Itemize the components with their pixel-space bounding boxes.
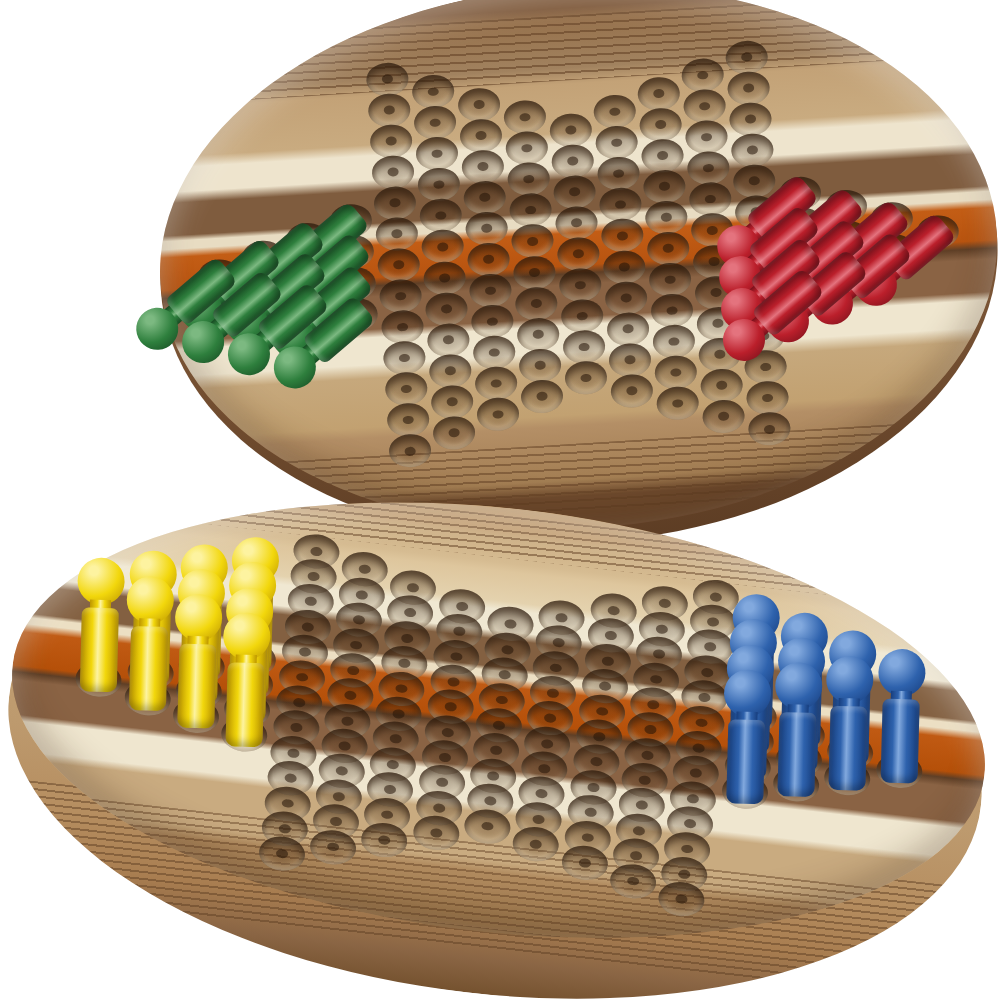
drilled-hole <box>382 340 426 376</box>
peg-figure <box>123 576 173 711</box>
board-hole[interactable] <box>725 71 772 105</box>
peg-ball <box>135 307 179 351</box>
peg-ball <box>775 662 823 710</box>
peg-figure <box>172 594 222 729</box>
board-hole[interactable] <box>915 215 962 249</box>
board-hole[interactable] <box>413 137 460 171</box>
drilled-hole <box>373 185 417 221</box>
drilled-hole <box>457 87 501 123</box>
board-hole[interactable] <box>599 219 646 253</box>
board-hole[interactable] <box>509 224 556 258</box>
board-hole[interactable] <box>744 381 791 415</box>
drilled-hole <box>562 329 606 365</box>
board-hole[interactable] <box>559 299 606 333</box>
board-hole[interactable] <box>371 186 418 220</box>
board-hole[interactable] <box>429 385 476 419</box>
board-hole[interactable] <box>557 268 604 302</box>
board-hole[interactable] <box>515 317 562 351</box>
drilled-hole <box>369 123 413 159</box>
drilled-hole <box>520 379 564 415</box>
board-hole[interactable] <box>603 281 650 315</box>
drilled-hole <box>646 231 690 267</box>
board-hole[interactable] <box>683 120 730 154</box>
board-hole[interactable] <box>461 811 514 842</box>
peg-figure <box>824 655 874 790</box>
board-hole[interactable] <box>643 201 690 235</box>
board-hole[interactable] <box>727 102 774 136</box>
board-hole[interactable] <box>679 58 726 92</box>
drilled-hole <box>731 132 775 168</box>
drilled-hole <box>610 373 654 409</box>
drilled-hole <box>432 415 476 451</box>
board-hole[interactable] <box>417 199 464 233</box>
peg-ball <box>723 669 771 717</box>
board-hole[interactable] <box>698 368 745 402</box>
drilled-hole <box>606 311 650 347</box>
drilled-hole <box>549 112 593 148</box>
drilled-hole <box>367 92 411 128</box>
peg-body <box>726 719 766 804</box>
board-hole[interactable] <box>364 62 411 96</box>
board-hole[interactable] <box>651 325 698 359</box>
board-hole[interactable] <box>411 106 458 140</box>
drilled-hole <box>688 181 732 217</box>
board-hole[interactable] <box>561 330 608 364</box>
peg-ball <box>223 612 271 660</box>
drilled-hole <box>377 247 421 283</box>
board-hole[interactable] <box>563 361 610 395</box>
drilled-hole <box>512 255 556 291</box>
drilled-hole <box>555 205 599 241</box>
board-hole[interactable] <box>473 367 520 401</box>
board-hole[interactable] <box>593 126 640 160</box>
peg-body <box>880 699 920 784</box>
drilled-hole <box>600 218 644 254</box>
drilled-hole <box>639 107 683 143</box>
drilled-hole <box>608 342 652 378</box>
board-hole[interactable] <box>639 139 686 173</box>
drilled-hole <box>650 293 694 329</box>
drilled-hole <box>700 368 744 404</box>
drilled-hole <box>463 180 507 216</box>
board-hole[interactable] <box>821 762 874 793</box>
board-hole[interactable] <box>770 769 823 800</box>
board-hole[interactable] <box>558 847 611 878</box>
board-hole[interactable] <box>505 162 552 196</box>
drilled-hole <box>378 278 422 314</box>
board-hole[interactable] <box>595 157 642 191</box>
board-hole[interactable] <box>553 206 600 240</box>
board-hole[interactable] <box>218 719 271 750</box>
drilled-hole <box>422 260 466 296</box>
drilled-hole <box>593 94 637 130</box>
peg-figure <box>772 662 822 797</box>
board-hole[interactable] <box>383 372 430 406</box>
board-hole[interactable] <box>591 95 638 129</box>
board-hole[interactable] <box>471 336 518 370</box>
drilled-hole <box>641 138 685 174</box>
board-hole[interactable] <box>700 399 747 433</box>
drilled-hole <box>421 229 465 265</box>
board-hole[interactable] <box>456 88 503 122</box>
board-hole[interactable] <box>121 683 174 714</box>
drilled-hole <box>465 211 509 247</box>
board-hole[interactable] <box>746 412 793 446</box>
drilled-hole <box>746 380 790 416</box>
chinese-checkers-board-lower <box>0 454 1000 1000</box>
drilled-hole <box>551 143 595 179</box>
board-hole[interactable] <box>457 119 504 153</box>
drilled-hole <box>725 39 769 75</box>
board-hole[interactable] <box>381 341 428 375</box>
drilled-hole <box>652 324 696 360</box>
drilled-hole <box>729 101 773 137</box>
drilled-hole <box>602 249 646 285</box>
drilled-hole <box>599 187 643 223</box>
board-hole[interactable] <box>685 151 732 185</box>
board-hole[interactable] <box>513 286 560 320</box>
board-hole[interactable] <box>649 294 696 328</box>
drilled-hole <box>413 105 457 141</box>
drilled-hole <box>558 267 602 303</box>
board-hole[interactable] <box>519 379 566 413</box>
board-hole[interactable] <box>333 297 380 331</box>
drilled-hole <box>415 136 459 172</box>
drilled-hole <box>510 224 554 260</box>
board-hole[interactable] <box>597 188 644 222</box>
product-photo-scene <box>0 0 1000 1000</box>
drilled-hole <box>384 371 428 407</box>
board-hole[interactable] <box>427 354 474 388</box>
drilled-hole <box>643 169 687 205</box>
board-hole[interactable] <box>469 305 516 339</box>
drilled-hole <box>505 130 549 166</box>
drilled-hole <box>656 386 700 422</box>
board-hole[interactable] <box>463 212 510 246</box>
drilled-hole <box>380 309 424 345</box>
board-hole[interactable] <box>377 279 424 313</box>
board-hole[interactable] <box>373 217 420 251</box>
drilled-hole <box>687 150 731 186</box>
board-hole[interactable] <box>369 155 416 189</box>
board-hole[interactable] <box>461 181 508 215</box>
peg-ball <box>226 332 270 376</box>
drilled-hole <box>507 161 551 197</box>
drilled-hole <box>560 298 604 334</box>
board-hole[interactable] <box>551 175 598 209</box>
drilled-hole <box>685 119 729 155</box>
board-hole[interactable] <box>549 144 596 178</box>
board-hole[interactable] <box>503 131 550 165</box>
peg-ball <box>174 594 222 642</box>
drilled-hole <box>564 360 608 396</box>
board-hole[interactable] <box>367 124 414 158</box>
board-hole[interactable] <box>501 100 548 134</box>
drilled-hole <box>503 99 547 135</box>
peg-body <box>177 644 217 729</box>
board-hole[interactable] <box>72 664 125 695</box>
board-hole[interactable] <box>607 343 654 377</box>
board-hole[interactable] <box>729 133 776 167</box>
board-hole[interactable] <box>608 374 655 408</box>
board-hole[interactable] <box>421 261 468 295</box>
drilled-hole <box>365 61 409 97</box>
drilled-hole <box>476 397 520 433</box>
peg-body <box>80 607 120 692</box>
game-board-grid <box>184 29 973 479</box>
board-hole[interactable] <box>718 776 771 807</box>
drilled-hole <box>461 149 505 185</box>
board-hole[interactable] <box>415 168 462 202</box>
drilled-hole <box>459 118 503 154</box>
drilled-hole <box>411 74 455 110</box>
board-hole[interactable] <box>517 348 564 382</box>
drilled-hole <box>470 304 514 340</box>
board-hole[interactable] <box>467 274 514 308</box>
board-hole[interactable] <box>366 93 413 127</box>
board-hole[interactable] <box>410 818 463 849</box>
peg-figure <box>75 557 125 692</box>
drilled-hole <box>681 57 725 93</box>
peg-figure <box>875 648 925 783</box>
drilled-hole <box>468 273 512 309</box>
drilled-hole <box>426 322 470 358</box>
board-hole[interactable] <box>507 193 554 227</box>
peg-body <box>777 712 817 797</box>
drilled-hole <box>748 411 792 447</box>
board-hole[interactable] <box>511 255 558 289</box>
drilled-hole <box>509 192 553 228</box>
board-hole[interactable] <box>645 232 692 266</box>
board-hole[interactable] <box>423 292 470 326</box>
drilled-hole <box>518 348 562 384</box>
drilled-hole <box>424 291 468 327</box>
game-board-grid <box>55 513 943 938</box>
board-hole[interactable] <box>410 75 457 109</box>
drilled-hole <box>472 335 516 371</box>
drilled-hole <box>597 156 641 192</box>
board-hole[interactable] <box>425 323 472 357</box>
board-hole[interactable] <box>385 403 432 437</box>
peg-body <box>225 662 265 747</box>
drilled-hole <box>386 402 430 438</box>
board-hole[interactable] <box>379 310 426 344</box>
drilled-hole <box>388 433 432 469</box>
drilled-hole <box>514 286 558 322</box>
board-hole[interactable] <box>419 230 466 264</box>
board-hole[interactable] <box>555 237 602 271</box>
board-hole[interactable] <box>358 825 411 856</box>
board-hole[interactable] <box>510 829 563 860</box>
drilled-hole <box>474 366 518 402</box>
board-hole[interactable] <box>873 755 926 786</box>
board-hole[interactable] <box>601 250 648 284</box>
peg-ball <box>878 648 926 696</box>
board-hole[interactable] <box>637 108 684 142</box>
drilled-hole <box>702 399 746 435</box>
peg-figure <box>221 612 271 747</box>
board-hole[interactable] <box>459 150 506 184</box>
drilled-hole <box>466 242 510 278</box>
drilled-hole <box>419 198 463 234</box>
peg-ball <box>826 655 874 703</box>
board-hole[interactable] <box>654 387 701 421</box>
drilled-hole <box>375 216 419 252</box>
chinese-checkers-board-upper <box>144 0 1000 567</box>
drilled-hole <box>417 167 461 203</box>
peg-body <box>829 705 869 790</box>
board-hole[interactable] <box>386 434 433 468</box>
drilled-hole <box>516 317 560 353</box>
drilled-hole <box>371 154 415 190</box>
board-hole[interactable] <box>169 701 222 732</box>
drilled-hole <box>604 280 648 316</box>
board-hole[interactable] <box>605 312 652 346</box>
peg-ball <box>126 576 174 624</box>
peg-ball <box>77 557 125 605</box>
board-hole[interactable] <box>465 243 512 277</box>
peg-body <box>128 626 168 711</box>
drilled-hole <box>654 355 698 391</box>
drilled-hole <box>637 76 681 112</box>
drilled-hole <box>644 200 688 236</box>
drilled-hole <box>727 70 771 106</box>
drilled-hole <box>553 174 597 210</box>
board-hole[interactable] <box>723 40 770 74</box>
board-hole[interactable] <box>375 248 422 282</box>
board-hole[interactable] <box>307 831 360 862</box>
drilled-hole <box>430 384 474 420</box>
board-hole[interactable] <box>430 416 477 450</box>
drilled-hole <box>648 262 692 298</box>
board-hole[interactable] <box>681 89 728 123</box>
board-hole[interactable] <box>474 398 521 432</box>
board-hole[interactable] <box>647 263 694 297</box>
board-hole[interactable] <box>547 113 594 147</box>
drilled-hole <box>428 353 472 389</box>
drilled-hole <box>595 125 639 161</box>
board-hole[interactable] <box>687 182 734 216</box>
drilled-hole <box>556 236 600 272</box>
board-hole[interactable] <box>641 170 688 204</box>
peg-figure <box>721 669 771 804</box>
board-hole[interactable] <box>635 77 682 111</box>
drilled-hole <box>683 88 727 124</box>
board-hole[interactable] <box>652 356 699 390</box>
board-hole[interactable] <box>607 866 660 897</box>
